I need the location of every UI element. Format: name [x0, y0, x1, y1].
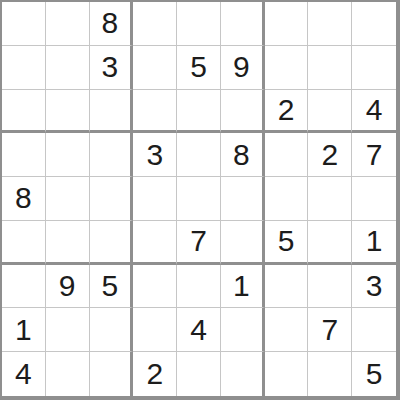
cell-r4c2[interactable]	[46, 133, 90, 177]
cell-r3c2[interactable]	[46, 90, 90, 134]
cell-r6c1[interactable]	[2, 221, 46, 265]
cell-r6c9: 1	[352, 221, 396, 265]
cell-r3c5[interactable]	[177, 90, 221, 134]
cell-r9c5[interactable]	[177, 352, 221, 396]
cell-r4c8: 2	[308, 133, 352, 177]
cell-r9c6[interactable]	[221, 352, 265, 396]
cell-r3c8[interactable]	[308, 90, 352, 134]
cell-r4c5[interactable]	[177, 133, 221, 177]
cell-r2c2[interactable]	[46, 46, 90, 90]
cell-r9c8[interactable]	[308, 352, 352, 396]
cell-r8c2[interactable]	[46, 308, 90, 352]
cell-r5c1: 8	[2, 177, 46, 221]
cell-r5c6[interactable]	[221, 177, 265, 221]
cell-r8c6[interactable]	[221, 308, 265, 352]
cell-r1c8[interactable]	[308, 2, 352, 46]
cell-r3c9: 4	[352, 90, 396, 134]
cell-r1c3: 8	[90, 2, 134, 46]
cell-r8c4[interactable]	[133, 308, 177, 352]
cell-r7c9: 3	[352, 265, 396, 309]
cell-r5c2[interactable]	[46, 177, 90, 221]
cell-r9c1: 4	[2, 352, 46, 396]
cell-r4c6: 8	[221, 133, 265, 177]
cell-r8c5: 4	[177, 308, 221, 352]
cell-r3c6[interactable]	[221, 90, 265, 134]
cell-r3c4[interactable]	[133, 90, 177, 134]
cell-r7c8[interactable]	[308, 265, 352, 309]
cell-r2c6: 9	[221, 46, 265, 90]
cell-r5c4[interactable]	[133, 177, 177, 221]
cell-r5c7[interactable]	[265, 177, 309, 221]
cell-r6c3[interactable]	[90, 221, 134, 265]
cell-r9c7[interactable]	[265, 352, 309, 396]
cell-r6c5: 7	[177, 221, 221, 265]
cell-r2c8[interactable]	[308, 46, 352, 90]
cell-r1c5[interactable]	[177, 2, 221, 46]
cell-r8c3[interactable]	[90, 308, 134, 352]
cell-r4c3[interactable]	[90, 133, 134, 177]
cell-r6c2[interactable]	[46, 221, 90, 265]
cell-r9c4: 2	[133, 352, 177, 396]
cell-r4c4: 3	[133, 133, 177, 177]
cell-r9c2[interactable]	[46, 352, 90, 396]
cell-r6c8[interactable]	[308, 221, 352, 265]
cell-r5c9[interactable]	[352, 177, 396, 221]
cell-r5c3[interactable]	[90, 177, 134, 221]
cell-r2c3: 3	[90, 46, 134, 90]
cell-r8c8: 7	[308, 308, 352, 352]
cell-r8c9[interactable]	[352, 308, 396, 352]
cell-r7c4[interactable]	[133, 265, 177, 309]
cell-r1c4[interactable]	[133, 2, 177, 46]
cell-r7c5[interactable]	[177, 265, 221, 309]
cell-r4c7[interactable]	[265, 133, 309, 177]
cell-r6c4[interactable]	[133, 221, 177, 265]
sudoku-board: 835924382787519513147425	[0, 0, 400, 400]
cell-r6c6[interactable]	[221, 221, 265, 265]
cell-r1c6[interactable]	[221, 2, 265, 46]
cell-r7c1[interactable]	[2, 265, 46, 309]
cell-r1c2[interactable]	[46, 2, 90, 46]
cell-r9c9: 5	[352, 352, 396, 396]
cell-r1c1[interactable]	[2, 2, 46, 46]
cell-r6c7: 5	[265, 221, 309, 265]
cell-r2c7[interactable]	[265, 46, 309, 90]
cell-r3c1[interactable]	[2, 90, 46, 134]
cell-r7c6: 1	[221, 265, 265, 309]
cell-r2c5: 5	[177, 46, 221, 90]
cell-r2c9[interactable]	[352, 46, 396, 90]
cell-r4c1[interactable]	[2, 133, 46, 177]
cell-r3c7: 2	[265, 90, 309, 134]
cell-r8c7[interactable]	[265, 308, 309, 352]
cell-r2c1[interactable]	[2, 46, 46, 90]
cell-r2c4[interactable]	[133, 46, 177, 90]
cell-r5c5[interactable]	[177, 177, 221, 221]
cell-r1c7[interactable]	[265, 2, 309, 46]
cell-r7c2: 9	[46, 265, 90, 309]
cell-r8c1: 1	[2, 308, 46, 352]
cell-r1c9[interactable]	[352, 2, 396, 46]
cell-r9c3[interactable]	[90, 352, 134, 396]
cell-r5c8[interactable]	[308, 177, 352, 221]
cell-r7c3: 5	[90, 265, 134, 309]
cell-r3c3[interactable]	[90, 90, 134, 134]
cell-r7c7[interactable]	[265, 265, 309, 309]
cell-r4c9: 7	[352, 133, 396, 177]
